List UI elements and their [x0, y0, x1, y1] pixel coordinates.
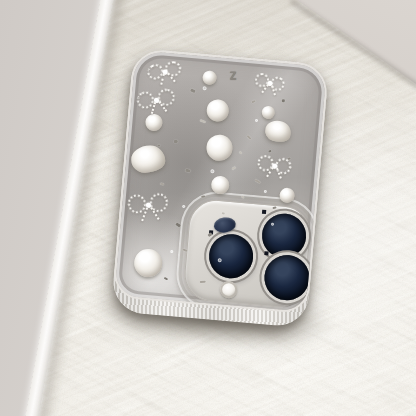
camera-flash-icon [219, 280, 237, 298]
foil-flake-7 [268, 150, 272, 153]
foil-flake-4 [200, 119, 206, 123]
lidar-sensor [213, 216, 237, 234]
air-bubble-4 [182, 205, 185, 208]
camera-lens-2 [260, 212, 308, 260]
bow-loop-right [156, 87, 176, 107]
air-bubble-5 [264, 190, 267, 193]
foil-flake-1 [190, 88, 196, 93]
pearl-4 [144, 113, 162, 131]
foil-flake-2 [251, 100, 255, 104]
beaded-bow-3 [136, 88, 177, 116]
beaded-bow-2 [253, 71, 287, 96]
beaded-bow-4 [255, 154, 292, 181]
phone-in-clear-case: Z [111, 48, 329, 328]
case-back-surface: Z [112, 48, 329, 314]
pearl-1 [202, 70, 217, 85]
foil-flake-24 [157, 144, 160, 146]
foil-flake-13 [222, 212, 225, 214]
foil-flake-6 [247, 135, 252, 140]
heart-pearl-1 [263, 117, 294, 145]
foil-flake-10 [255, 179, 261, 184]
foil-flake-5 [174, 140, 178, 143]
air-bubble-1 [202, 86, 206, 90]
beaded-bow-1 [146, 59, 183, 86]
pearl-8 [133, 248, 163, 278]
foil-flake-21 [160, 182, 164, 185]
foil-glyph: Z [230, 71, 237, 82]
foil-flake-3 [282, 99, 285, 102]
foil-flake-23 [239, 151, 242, 155]
pearl-3 [261, 105, 275, 119]
camera-lens-1 [207, 232, 255, 280]
air-bubble-3 [210, 169, 214, 173]
beaded-bow-5 [127, 193, 168, 221]
pearl-7 [279, 187, 295, 203]
pearl-5 [205, 134, 233, 162]
foil-flake-8 [185, 169, 191, 173]
air-bubble-2 [255, 119, 258, 122]
heart-pearl-2 [131, 145, 165, 173]
pearl-2 [206, 99, 230, 123]
foil-flake-17 [164, 277, 168, 281]
air-bubble-7 [170, 250, 173, 253]
foil-flake-9 [232, 166, 236, 170]
bow-loop-right [147, 191, 170, 214]
camera-module [182, 198, 312, 310]
scene: Z [0, 0, 416, 416]
